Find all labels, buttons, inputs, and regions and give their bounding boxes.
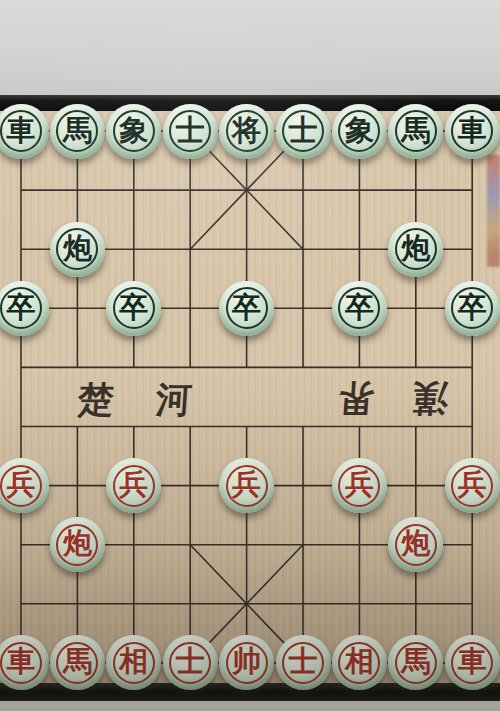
piece-character: 馬 [401,647,430,676]
piece-red-soldier[interactable]: 兵 [332,458,387,513]
piece-black-cannon[interactable]: 炮 [388,222,443,277]
piece-black-soldier[interactable]: 卒 [219,281,274,336]
piece-character: 士 [176,647,205,676]
piece-character: 炮 [401,529,430,558]
piece-face: 馬 [395,642,437,684]
piece-character: 馬 [63,647,92,676]
piece-face: 車 [451,642,493,684]
piece-character: 車 [7,647,36,676]
piece-black-advisor[interactable]: 士 [163,104,218,159]
piece-face: 馬 [56,110,98,152]
piece-face: 兵 [338,465,380,507]
piece-face: 士 [282,110,324,152]
piece-character: 車 [458,647,487,676]
piece-character: 兵 [232,470,261,499]
piece-black-chariot[interactable]: 車 [0,104,49,159]
piece-red-soldier[interactable]: 兵 [445,458,500,513]
piece-character: 士 [289,116,318,145]
river-label-right: 漢界 [298,374,411,424]
piece-black-chariot[interactable]: 車 [445,104,500,159]
piece-black-soldier[interactable]: 卒 [332,281,387,336]
piece-character: 帅 [232,647,261,676]
piece-character: 兵 [119,470,148,499]
piece-character: 卒 [232,293,261,322]
piece-black-soldier[interactable]: 卒 [445,281,500,336]
piece-face: 士 [282,642,324,684]
piece-red-elephant[interactable]: 相 [332,635,387,690]
piece-face: 士 [169,110,211,152]
piece-character: 士 [176,116,205,145]
piece-face: 卒 [338,287,380,329]
piece-black-soldier[interactable]: 卒 [106,281,161,336]
piece-face: 卒 [451,287,493,329]
piece-character: 兵 [345,470,374,499]
xiangqi-photo-scene: 楚河 漢界 車馬象士将士象馬車炮炮卒卒卒卒卒兵兵兵兵兵炮炮車馬相士帅士相馬車 [0,0,500,711]
piece-character: 卒 [7,293,36,322]
piece-character: 車 [7,116,36,145]
piece-character: 兵 [7,470,36,499]
piece-black-elephant[interactable]: 象 [332,104,387,159]
piece-character: 士 [289,647,318,676]
piece-character: 卒 [119,293,148,322]
piece-black-advisor[interactable]: 士 [276,104,331,159]
piece-black-horse[interactable]: 馬 [388,104,443,159]
piece-face: 車 [451,110,493,152]
piece-face: 車 [0,110,42,152]
piece-red-soldier[interactable]: 兵 [219,458,274,513]
piece-red-advisor[interactable]: 士 [163,635,218,690]
piece-character: 将 [232,116,261,145]
piece-character: 馬 [63,116,92,145]
piece-character: 卒 [345,293,374,322]
piece-character: 兵 [458,470,487,499]
piece-character: 馬 [401,116,430,145]
piece-red-horse[interactable]: 馬 [50,635,105,690]
piece-face: 相 [113,642,155,684]
piece-face: 馬 [56,642,98,684]
river-label-left: 楚河 [76,374,235,424]
piece-face: 卒 [226,287,268,329]
piece-black-horse[interactable]: 馬 [50,104,105,159]
piece-face: 将 [226,110,268,152]
piece-face: 象 [113,110,155,152]
piece-character: 象 [345,116,374,145]
piece-character: 相 [345,647,374,676]
piece-character: 卒 [458,293,487,322]
piece-face: 車 [0,642,42,684]
wall-sticker [487,155,500,267]
piece-face: 卒 [113,287,155,329]
piece-face: 炮 [56,524,98,566]
piece-face: 相 [338,642,380,684]
piece-face: 兵 [451,465,493,507]
piece-black-elephant[interactable]: 象 [106,104,161,159]
piece-red-chariot[interactable]: 車 [445,635,500,690]
piece-face: 士 [169,642,211,684]
piece-face: 馬 [395,110,437,152]
piece-black-soldier[interactable]: 卒 [0,281,49,336]
piece-character: 相 [119,647,148,676]
piece-face: 卒 [0,287,42,329]
piece-face: 炮 [56,228,98,270]
piece-black-general[interactable]: 将 [219,104,274,159]
piece-red-cannon[interactable]: 炮 [50,517,105,572]
piece-face: 炮 [395,228,437,270]
piece-black-cannon[interactable]: 炮 [50,222,105,277]
piece-face: 兵 [0,465,42,507]
piece-character: 象 [119,116,148,145]
piece-face: 兵 [113,465,155,507]
piece-character: 車 [458,116,487,145]
piece-face: 炮 [395,524,437,566]
piece-character: 炮 [63,234,92,263]
piece-face: 象 [338,110,380,152]
piece-red-advisor[interactable]: 士 [276,635,331,690]
piece-face: 帅 [226,642,268,684]
piece-character: 炮 [63,529,92,558]
piece-face: 兵 [226,465,268,507]
piece-character: 炮 [401,234,430,263]
